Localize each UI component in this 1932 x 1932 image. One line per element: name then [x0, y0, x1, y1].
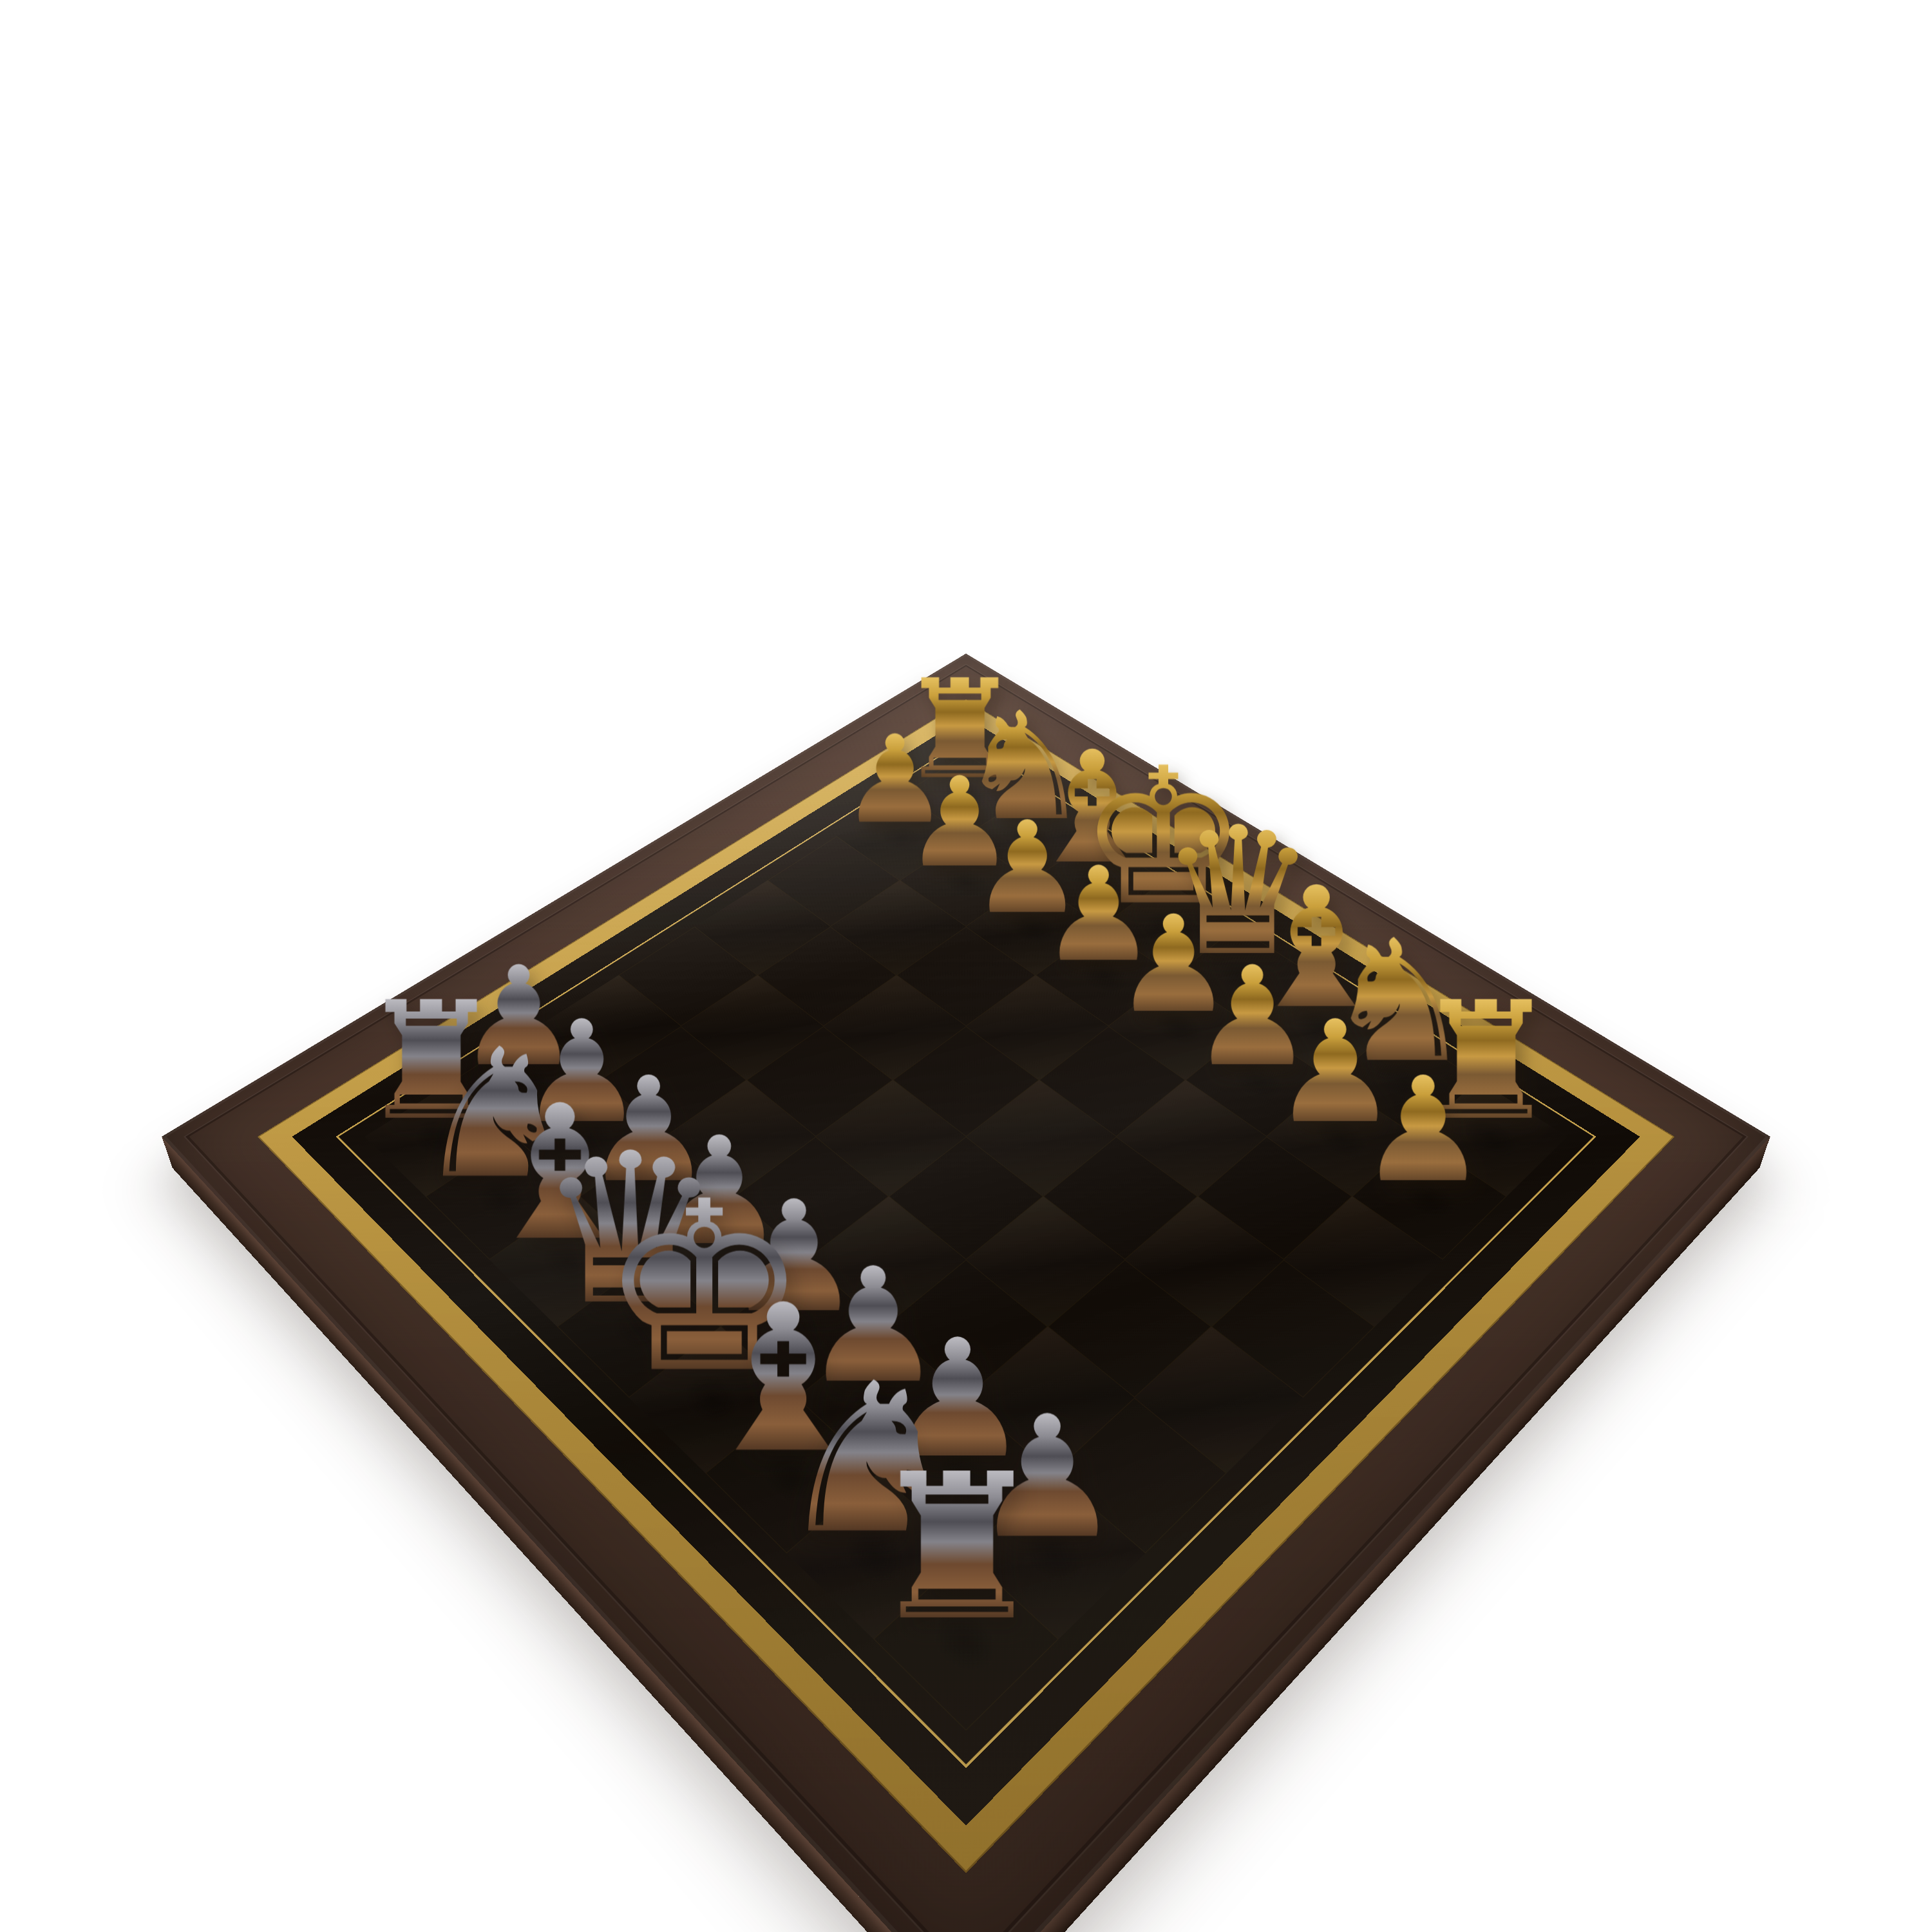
pawn-glyph: ♟: [1224, 1057, 1622, 1202]
chess-board: ♜♞♝♚♛♝♞♜♟♟♟♟♟♟♟♟♜♞♝♛♚♝♞♜♟♟♟♟♟♟♟♟: [162, 654, 1770, 1932]
rook-glyph: ♜: [718, 1447, 1196, 1648]
product-photo-scene: ♜♞♝♚♛♝♞♜♟♟♟♟♟♟♟♟♜♞♝♛♚♝♞♜♟♟♟♟♟♟♟♟: [0, 0, 1932, 1932]
board-frame: ♜♞♝♚♛♝♞♜♟♟♟♟♟♟♟♟♜♞♝♛♚♝♞♜♟♟♟♟♟♟♟♟: [162, 654, 1770, 1932]
